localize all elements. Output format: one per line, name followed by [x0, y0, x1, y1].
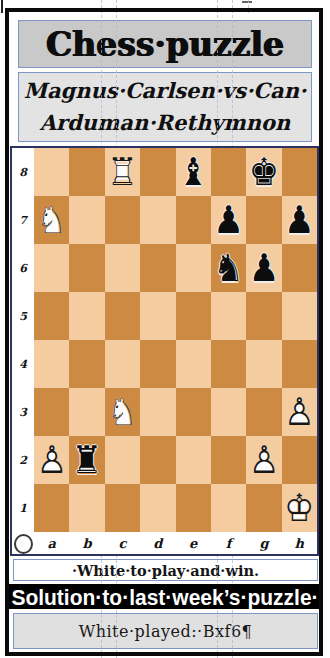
square-d5: [140, 292, 175, 340]
square-g1: [246, 484, 281, 532]
file-label-h: h: [282, 532, 317, 554]
square-b5: [69, 292, 104, 340]
square-g7: [246, 196, 281, 244]
square-d1: [140, 484, 175, 532]
square-d2: [140, 436, 175, 484]
square-g6: ♟: [246, 244, 281, 292]
solution-move-block: White·played:·Bxf6¶: [13, 613, 318, 649]
square-d6: [140, 244, 175, 292]
square-b2: ♜: [69, 436, 104, 484]
piece-white-knight: ♞♘: [34, 196, 69, 244]
solution-header-text: Solution·to·last·week’s·puzzle·: [11, 584, 318, 610]
piece-white-pawn: ♟♙: [282, 388, 317, 436]
square-d3: [140, 388, 175, 436]
chess-board-grid: 8♜♖♝♚7♞♘♟♟6♞♟543♞♘♟♙2♟♙♜♟♙1♚♔abcdefgh: [12, 148, 317, 554]
file-label-e: e: [176, 532, 211, 554]
square-h8: [282, 148, 317, 196]
square-g5: [246, 292, 281, 340]
square-c1: [105, 484, 140, 532]
square-b6: [69, 244, 104, 292]
chess-board: 8♜♖♝♚7♞♘♟♟6♞♟543♞♘♟♙2♟♙♜♟♙1♚♔abcdefgh: [10, 146, 319, 556]
piece-black-pawn: ♟: [282, 196, 317, 244]
table-column-marker: [242, 1, 252, 3]
piece-white-pawn: ♟♙: [246, 436, 281, 484]
square-a4: [34, 340, 69, 388]
square-c3: ♞♘: [105, 388, 140, 436]
move-circle-icon: [14, 534, 33, 554]
square-c8: ♜♖: [105, 148, 140, 196]
square-c2: [105, 436, 140, 484]
subtitle-block: Magnus·Carlsen·vs·Can· Arduman·Rethymnon: [18, 72, 312, 142]
piece-white-king: ♚♔: [282, 484, 317, 532]
table-gridline: [248, 0, 249, 13]
piece-white-rook: ♜♖: [105, 148, 140, 196]
square-e7: [176, 196, 211, 244]
square-h5: [282, 292, 317, 340]
square-d4: [140, 340, 175, 388]
page-edge-tick: [1, 0, 3, 13]
square-e1: [176, 484, 211, 532]
square-g8: ♚: [246, 148, 281, 196]
piece-black-bishop: ♝: [176, 148, 211, 196]
piece-white-knight: ♞♘: [105, 388, 140, 436]
players-line1: Magnus·Carlsen·vs·Can·: [24, 75, 307, 107]
square-h7: ♟: [282, 196, 317, 244]
document-page: Chess·puzzle Magnus·Carlsen·vs·Can· Ardu…: [0, 0, 330, 658]
square-h4: [282, 340, 317, 388]
solution-move-text: White·played:·Bxf6¶: [79, 622, 253, 641]
square-c6: [105, 244, 140, 292]
square-b8: [69, 148, 104, 196]
rank-label-1: 1: [12, 484, 34, 532]
rank-label-6: 6: [12, 244, 34, 292]
square-g2: ♟♙: [246, 436, 281, 484]
square-a8: [34, 148, 69, 196]
square-b3: [69, 388, 104, 436]
title-block: Chess·puzzle: [18, 20, 312, 68]
square-f2: [211, 436, 246, 484]
square-e2: [176, 436, 211, 484]
square-f3: [211, 388, 246, 436]
square-h2: [282, 436, 317, 484]
square-f4: [211, 340, 246, 388]
file-label-c: c: [105, 532, 140, 554]
page-title: Chess·puzzle: [46, 25, 284, 64]
rank-label-5: 5: [12, 292, 34, 340]
piece-black-rook: ♜: [69, 436, 104, 484]
square-c4: [105, 340, 140, 388]
rank-label-2: 2: [12, 436, 34, 484]
square-e3: [176, 388, 211, 436]
square-a1: [34, 484, 69, 532]
square-a2: ♟♙: [34, 436, 69, 484]
square-a7: ♞♘: [34, 196, 69, 244]
square-e5: [176, 292, 211, 340]
square-b4: [69, 340, 104, 388]
file-label-g: g: [246, 532, 281, 554]
square-h6: [282, 244, 317, 292]
square-c5: [105, 292, 140, 340]
file-label-b: b: [69, 532, 104, 554]
square-h1: ♚♔: [282, 484, 317, 532]
square-e4: [176, 340, 211, 388]
square-e8: ♝: [176, 148, 211, 196]
rank-label-4: 4: [12, 340, 34, 388]
square-c7: [105, 196, 140, 244]
file-label-d: d: [140, 532, 175, 554]
to-play-block: ·White·to·play·and·win.: [13, 559, 318, 581]
rank-label-3: 3: [12, 388, 34, 436]
rank-label-8: 8: [12, 148, 34, 196]
square-b7: [69, 196, 104, 244]
square-h3: ♟♙: [282, 388, 317, 436]
square-g3: [246, 388, 281, 436]
square-f1: [211, 484, 246, 532]
white-to-move-indicator: [12, 532, 34, 554]
square-f8: [211, 148, 246, 196]
square-f7: ♟: [211, 196, 246, 244]
players-line2: Arduman·Rethymnon: [40, 107, 290, 139]
piece-black-knight: ♞: [211, 244, 246, 292]
piece-white-pawn: ♟♙: [34, 436, 69, 484]
file-label-f: f: [211, 532, 246, 554]
square-d8: [140, 148, 175, 196]
square-a5: [34, 292, 69, 340]
square-a3: [34, 388, 69, 436]
square-g4: [246, 340, 281, 388]
piece-black-pawn: ♟: [246, 244, 281, 292]
piece-black-king: ♚: [246, 148, 281, 196]
rank-label-7: 7: [12, 196, 34, 244]
square-f6: ♞: [211, 244, 246, 292]
square-b1: [69, 484, 104, 532]
square-d7: [140, 196, 175, 244]
piece-black-pawn: ♟: [211, 196, 246, 244]
square-a6: [34, 244, 69, 292]
square-e6: [176, 244, 211, 292]
solution-header-bar: Solution·to·last·week’s·puzzle·: [9, 584, 321, 609]
square-f5: [211, 292, 246, 340]
file-label-a: a: [34, 532, 69, 554]
